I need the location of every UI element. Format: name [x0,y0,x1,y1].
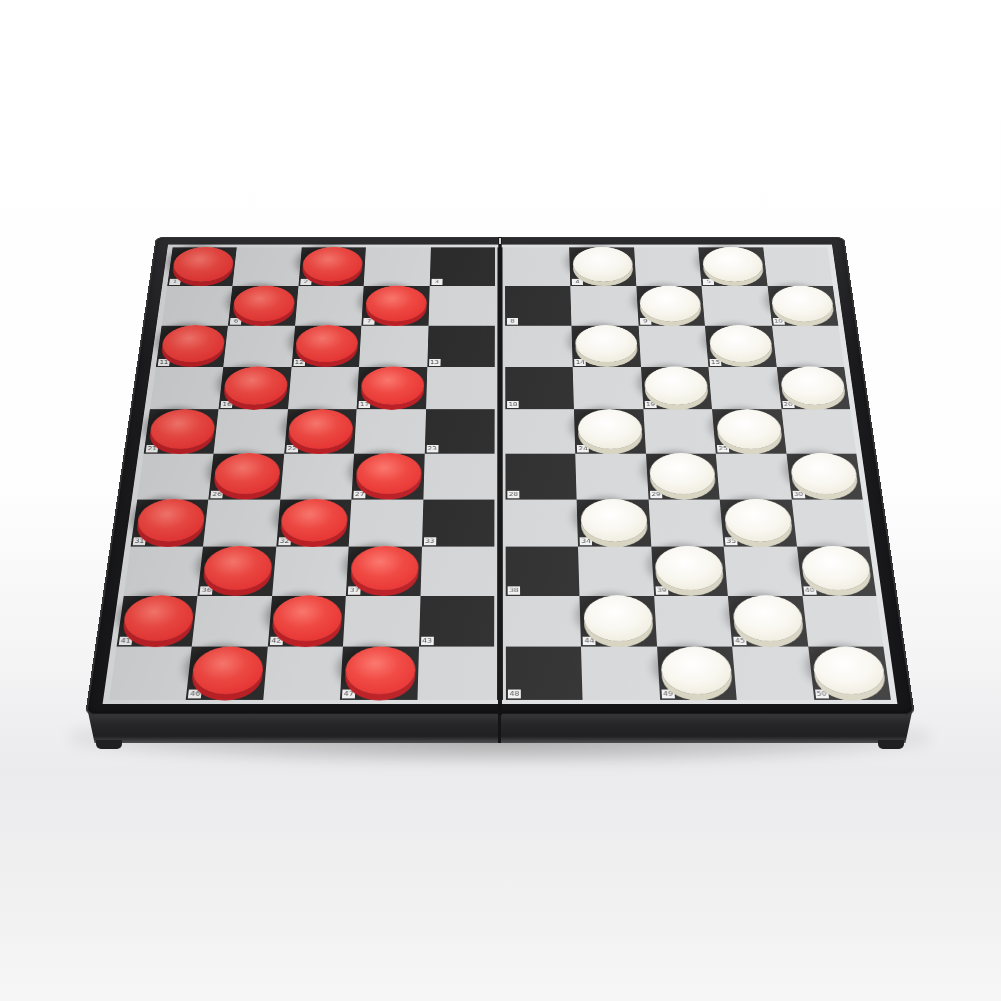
square-r4c8[interactable]: 19 [641,367,712,410]
square-number-tag: 7 [363,318,375,325]
board-foot-right [878,740,904,749]
red-man[interactable] [280,499,349,542]
red-man[interactable] [135,499,206,542]
square-number-tag: 18 [507,401,519,408]
square-number-tag: 41 [119,637,133,646]
square-r8c2[interactable]: 36 [198,547,276,596]
square-number-tag: 48 [508,690,521,699]
white-man[interactable] [575,325,638,362]
square-number-tag: 46 [188,690,202,699]
square-number-tag: 47 [342,690,355,699]
square-r3c10 [772,326,844,367]
square-r10c9 [732,647,813,700]
square-r6c10[interactable]: 30 [786,454,863,500]
square-r3c8 [638,326,708,367]
square-r2c2[interactable]: 6 [228,286,298,326]
square-r4c2[interactable]: 16 [219,367,292,410]
square-number-tag: 22 [286,445,298,452]
square-r10c6[interactable]: 48 [506,647,583,700]
square-r7c9[interactable]: 35 [720,499,797,546]
square-r8c3 [272,547,349,596]
square-r9c5[interactable]: 43 [419,596,495,647]
red-man[interactable] [171,247,235,282]
square-number-tag: 16 [221,401,233,408]
red-man[interactable] [160,325,226,362]
square-r7c2 [203,499,280,546]
square-number-tag: 10 [773,318,785,325]
white-man[interactable] [580,499,648,542]
square-r8c5 [420,547,494,596]
square-r10c4[interactable]: 47 [340,647,419,700]
square-r1c9[interactable]: 5 [698,247,767,286]
square-r1c4 [364,247,431,286]
draughts-board: 1234567891011121314151617181920212223242… [85,237,915,715]
square-r5c2 [214,410,288,454]
square-r10c3 [263,647,343,700]
square-r1c3[interactable]: 2 [298,247,366,286]
square-r6c1 [137,454,214,500]
white-man[interactable] [800,546,873,590]
square-number-tag: 37 [348,586,361,594]
square-number-tag: 24 [577,445,589,452]
red-man[interactable] [350,546,419,590]
square-number-tag: 21 [146,445,159,452]
red-man[interactable] [190,646,265,694]
square-r5c6 [505,410,575,454]
square-number-tag: 33 [424,538,436,546]
square-r7c10 [791,499,869,546]
square-r9c10 [802,596,883,647]
red-man[interactable] [232,286,296,322]
red-man[interactable] [302,247,364,282]
square-number-tag: 29 [650,490,662,498]
square-r6c7 [576,454,649,500]
white-man[interactable] [660,646,733,694]
square-r5c10 [781,410,856,454]
white-man[interactable] [583,595,654,641]
white-man[interactable] [639,286,702,322]
square-r1c2 [233,247,302,286]
square-number-tag: 26 [211,490,224,498]
square-r10c10[interactable]: 50 [808,647,891,700]
square-r7c6 [506,499,579,546]
square-r5c9[interactable]: 25 [712,410,786,454]
square-r9c9[interactable]: 45 [728,596,808,647]
red-man[interactable] [213,453,282,494]
square-r9c6 [506,596,582,647]
square-number-tag: 35 [725,538,738,546]
red-man[interactable] [355,453,422,494]
square-number-tag: 25 [717,445,729,452]
square-r4c7 [573,367,643,410]
square-number-tag: 17 [359,401,371,408]
square-number-tag: 32 [278,538,291,546]
square-r2c5 [428,286,495,326]
square-r7c3[interactable]: 32 [276,499,351,546]
red-man[interactable] [360,367,424,405]
red-man[interactable] [344,646,416,694]
fold-hinge-seam [498,237,502,715]
square-r7c7[interactable]: 34 [577,499,651,546]
square-r2c10[interactable]: 10 [767,286,838,326]
white-man[interactable] [701,247,764,282]
square-r8c4[interactable]: 37 [346,547,422,596]
square-r8c6[interactable]: 38 [506,547,580,596]
square-number-tag: 5 [703,278,715,284]
square-r10c5 [417,647,494,700]
square-number-tag: 11 [158,359,170,366]
square-r2c8[interactable]: 9 [636,286,705,326]
square-r5c5[interactable]: 23 [424,410,494,454]
square-r10c1 [109,647,192,700]
square-r5c1[interactable]: 21 [144,410,219,454]
square-number-tag: 12 [293,359,305,366]
square-r3c1[interactable]: 11 [156,326,228,367]
square-r2c4[interactable]: 7 [362,286,430,326]
white-man[interactable] [655,546,725,590]
square-r2c3 [295,286,364,326]
square-r2c9 [702,286,772,326]
square-r3c7[interactable]: 14 [572,326,641,367]
board-side-edge [88,712,912,743]
square-number-tag: 6 [230,318,242,325]
board-foot-left [96,740,122,749]
square-r10c2[interactable]: 46 [186,647,267,700]
square-r3c9[interactable]: 15 [705,326,776,367]
square-r4c3 [288,367,359,410]
square-r3c6 [505,326,573,367]
square-r1c6 [505,247,571,286]
white-man[interactable] [573,247,634,282]
square-number-tag: 4 [572,278,583,284]
square-number-tag: 23 [426,445,438,452]
square-r3c5[interactable]: 13 [427,326,495,367]
square-r4c4[interactable]: 17 [357,367,427,410]
square-r9c7[interactable]: 44 [580,596,657,647]
square-r4c5 [426,367,495,410]
square-number-tag: 14 [575,359,587,366]
white-man[interactable] [708,325,773,362]
square-number-tag: 28 [507,490,519,498]
square-number-tag: 40 [803,586,816,594]
square-r10c8[interactable]: 49 [657,647,737,700]
square-r6c9 [716,454,791,500]
red-man[interactable] [202,546,274,590]
product-photo: 1234567891011121314151617181920212223242… [0,0,1001,1001]
white-man[interactable] [789,453,859,494]
white-man[interactable] [644,367,709,405]
white-man[interactable] [811,646,887,694]
red-man[interactable] [272,595,344,641]
square-number-tag: 15 [710,359,722,366]
white-man[interactable] [780,367,848,405]
square-r5c4 [354,410,425,454]
square-r6c2[interactable]: 26 [209,454,284,500]
red-man[interactable] [223,367,289,405]
square-r4c1 [150,367,224,410]
square-r3c2 [224,326,295,367]
red-man[interactable] [148,409,217,449]
red-man[interactable] [288,409,355,449]
white-man[interactable] [715,409,783,449]
square-r4c10[interactable]: 20 [776,367,850,410]
square-r9c8 [654,596,732,647]
square-r6c5 [423,454,495,500]
square-r8c10[interactable]: 40 [797,547,877,596]
square-r1c5[interactable]: 3 [429,247,495,286]
square-number-tag: 8 [507,318,518,325]
square-r7c4 [349,499,423,546]
square-number-tag: 49 [661,690,674,699]
white-man[interactable] [723,499,793,542]
square-number-tag: 36 [200,586,213,594]
square-r7c8 [648,499,723,546]
square-r1c8 [634,247,702,286]
square-r5c3[interactable]: 22 [284,410,357,454]
square-r9c1[interactable]: 41 [117,596,198,647]
red-man[interactable] [121,595,195,641]
square-r4c9 [709,367,782,410]
square-r9c2 [192,596,272,647]
square-r8c7 [578,547,654,596]
square-r9c4 [343,596,420,647]
square-r4c6[interactable]: 18 [505,367,574,410]
square-r7c1[interactable]: 31 [131,499,209,546]
square-r2c1 [162,286,233,326]
square-number-tag: 9 [640,318,652,325]
square-number-tag: 1 [169,278,181,284]
square-r6c3 [280,454,354,500]
white-man[interactable] [770,286,835,322]
square-number-tag: 3 [431,278,442,284]
square-number-tag: 38 [508,586,520,594]
square-r8c1 [124,547,204,596]
red-man[interactable] [365,286,427,322]
square-number-tag: 19 [645,401,657,408]
square-number-tag: 20 [782,401,794,408]
square-r1c10 [763,247,833,286]
white-man[interactable] [732,595,805,641]
square-number-tag: 45 [733,637,746,646]
square-number-tag: 39 [655,586,668,594]
square-number-tag: 44 [583,637,596,646]
square-r1c1[interactable]: 1 [167,247,237,286]
square-r5c7[interactable]: 24 [574,410,645,454]
square-r3c4 [359,326,428,367]
square-number-tag: 30 [792,490,805,498]
white-man[interactable] [578,409,643,449]
square-number-tag: 50 [815,690,829,699]
square-r1c7[interactable]: 4 [569,247,636,286]
square-r10c7 [581,647,660,700]
square-r6c8[interactable]: 29 [646,454,720,500]
square-r2c6[interactable]: 8 [505,286,572,326]
square-r5c8 [643,410,716,454]
square-r9c3[interactable]: 42 [268,596,346,647]
white-man[interactable] [649,453,717,494]
square-number-tag: 2 [300,278,312,284]
square-number-tag: 43 [421,637,434,646]
square-number-tag: 27 [353,490,365,498]
square-number-tag: 42 [270,637,283,646]
square-r8c8[interactable]: 39 [651,547,728,596]
square-number-tag: 13 [429,359,441,366]
square-r2c7 [571,286,639,326]
square-r6c6[interactable]: 28 [505,454,577,500]
square-r6c4[interactable]: 27 [352,454,425,500]
square-number-tag: 31 [133,538,146,546]
square-r7c5[interactable]: 33 [422,499,495,546]
square-number-tag: 34 [580,538,592,546]
square-r8c9 [724,547,802,596]
square-r3c3[interactable]: 12 [291,326,361,367]
red-man[interactable] [295,325,359,362]
